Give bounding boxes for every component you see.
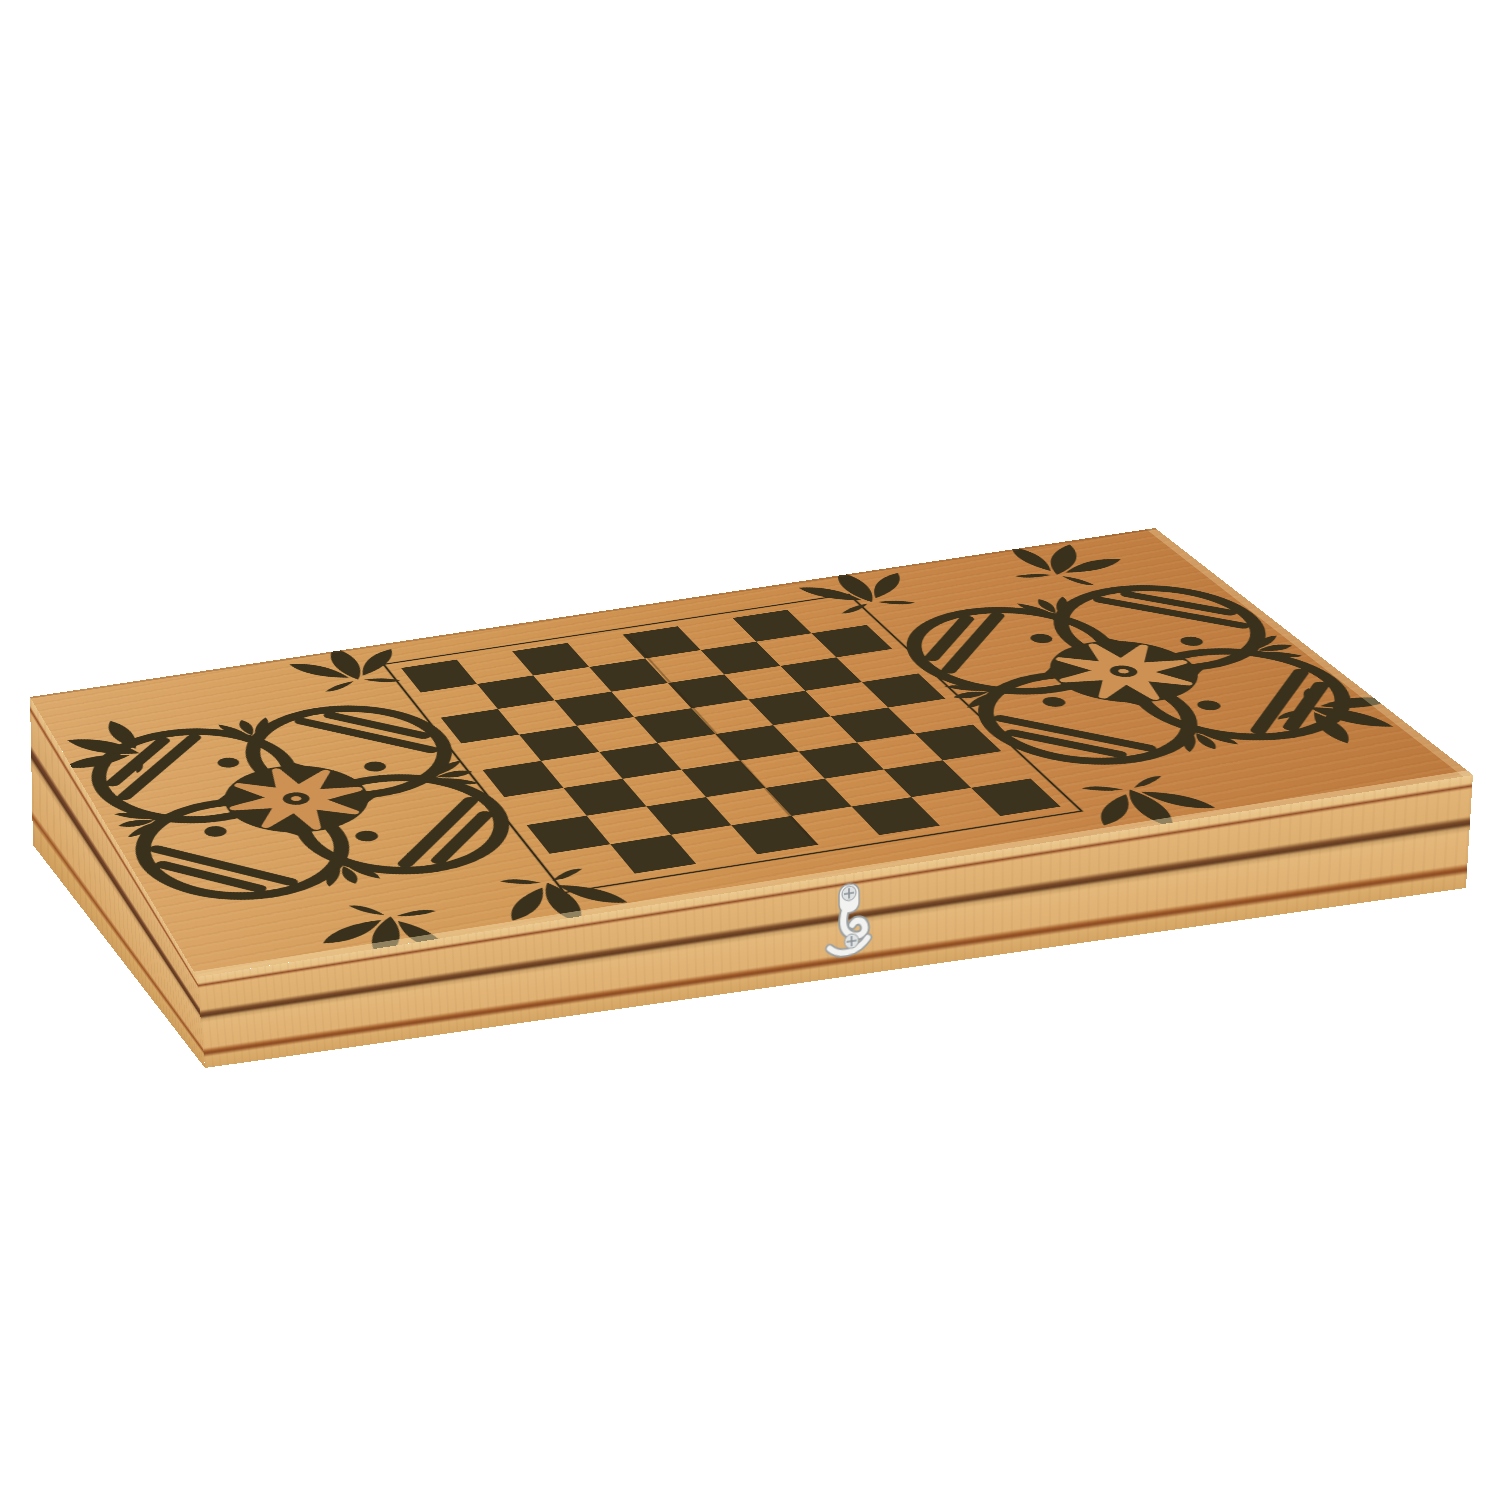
board-square-dark	[527, 816, 611, 854]
board-square-dark	[589, 659, 668, 692]
board-square-dark	[812, 625, 893, 657]
board-square-dark	[646, 797, 731, 835]
fleur-sprig-ornament	[790, 564, 929, 616]
board-square-dark	[799, 743, 884, 779]
fleur-sprig-ornament	[1000, 539, 1124, 588]
latch	[821, 872, 884, 977]
board-square-dark	[477, 675, 555, 708]
board-square-dark	[852, 797, 940, 835]
board-square-dark	[780, 657, 862, 690]
board-square-dark	[862, 673, 945, 707]
board-square-dark	[441, 709, 519, 743]
board-square-dark	[971, 779, 1060, 817]
board-square-dark	[512, 643, 589, 676]
board-square-dark	[884, 760, 971, 797]
board-square-dark	[564, 779, 647, 816]
board-square-dark	[401, 660, 477, 693]
board-square-dark	[483, 761, 564, 797]
board-square-dark	[731, 816, 818, 854]
fleur-sprig-ornament	[283, 640, 415, 694]
board-square-dark	[610, 835, 696, 874]
board-square-dark	[599, 743, 681, 779]
board-square-dark	[715, 725, 798, 760]
board-square-dark	[701, 642, 781, 675]
board-square-dark	[668, 674, 748, 708]
board-square-dark	[634, 708, 715, 743]
board-square-dark	[519, 726, 599, 761]
board-square-dark	[766, 779, 852, 816]
board-square-dark	[555, 692, 634, 726]
board-square-dark	[733, 610, 812, 642]
board-square-dark	[831, 707, 915, 742]
photo-background	[0, 0, 1500, 1500]
board-square-dark	[681, 761, 765, 798]
board-square-dark	[748, 691, 830, 725]
